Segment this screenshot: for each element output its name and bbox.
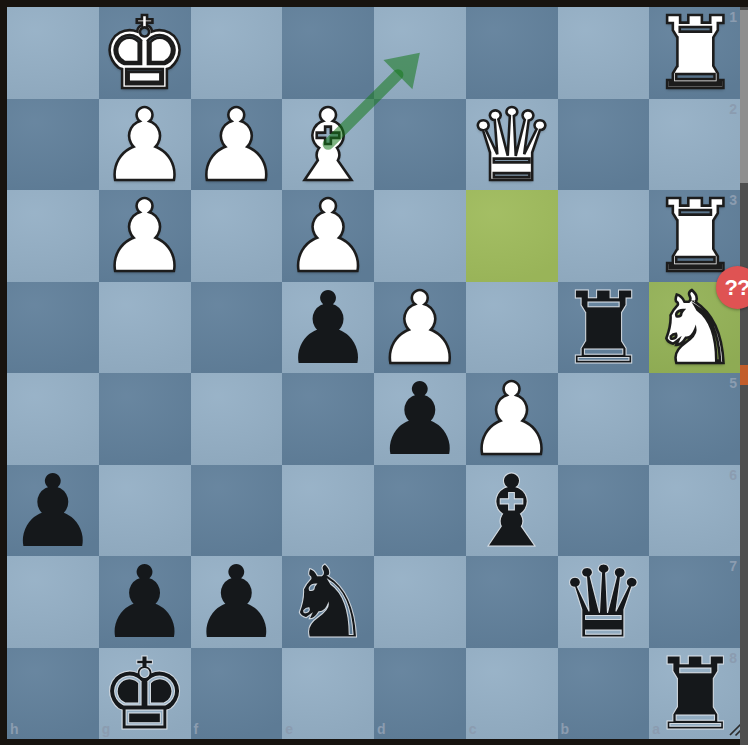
square-h1[interactable] [7,7,99,99]
square-d1[interactable] [374,7,466,99]
square-g7[interactable]: ♟ [99,556,191,648]
square-a7[interactable] [649,556,741,648]
black-rook[interactable]: ♜ [559,283,649,374]
square-a1[interactable]: ♜ [649,7,741,99]
square-e4[interactable]: ♟ [282,282,374,374]
square-d8[interactable] [374,648,466,740]
square-g8[interactable]: ♚ [99,648,191,740]
square-h6[interactable]: ♟ [7,465,99,557]
white-pawn[interactable]: ♟ [100,191,190,282]
square-b1[interactable] [558,7,650,99]
square-f5[interactable] [191,373,283,465]
square-e1[interactable] [282,7,374,99]
white-pawn[interactable]: ♟ [192,100,282,191]
analysis-board-region: ♚♜♟♟♝♛♟♟♜♟♟♜♞♟♟♟♝♟♟♞♛♚♜ hgfedcba12345678… [0,0,748,745]
scrollbar-track[interactable] [740,7,748,745]
white-pawn[interactable]: ♟ [100,100,190,191]
square-c4[interactable] [466,282,558,374]
square-g5[interactable] [99,373,191,465]
square-d2[interactable] [374,99,466,191]
white-pawn[interactable]: ♟ [375,283,465,374]
square-f4[interactable] [191,282,283,374]
square-f1[interactable] [191,7,283,99]
black-pawn[interactable]: ♟ [100,557,190,648]
square-f2[interactable]: ♟ [191,99,283,191]
black-king[interactable]: ♚ [100,649,190,740]
square-g1[interactable]: ♚ [99,7,191,99]
square-e3[interactable]: ♟ [282,190,374,282]
square-h3[interactable] [7,190,99,282]
white-queen[interactable]: ♛ [467,100,557,191]
scrollbar-marker [740,365,748,385]
square-h8[interactable] [7,648,99,740]
square-g2[interactable]: ♟ [99,99,191,191]
square-b3[interactable] [558,190,650,282]
square-c5[interactable]: ♟ [466,373,558,465]
black-pawn[interactable]: ♟ [375,374,465,465]
white-king[interactable]: ♚ [100,8,190,99]
square-c8[interactable] [466,648,558,740]
square-h4[interactable] [7,282,99,374]
square-d4[interactable]: ♟ [374,282,466,374]
square-f6[interactable] [191,465,283,557]
square-g6[interactable] [99,465,191,557]
square-c1[interactable] [466,7,558,99]
square-b6[interactable] [558,465,650,557]
square-e7[interactable]: ♞ [282,556,374,648]
black-pawn[interactable]: ♟ [8,466,98,557]
black-pawn[interactable]: ♟ [192,557,282,648]
square-e6[interactable] [282,465,374,557]
square-h2[interactable] [7,99,99,191]
square-c6[interactable]: ♝ [466,465,558,557]
square-b4[interactable]: ♜ [558,282,650,374]
chess-board[interactable]: ♚♜♟♟♝♛♟♟♜♟♟♜♞♟♟♟♝♟♟♞♛♚♜ [7,7,741,739]
square-h5[interactable] [7,373,99,465]
black-pawn[interactable]: ♟ [283,283,373,374]
white-pawn[interactable]: ♟ [467,374,557,465]
white-rook[interactable]: ♜ [650,8,740,99]
square-c2[interactable]: ♛ [466,99,558,191]
square-b2[interactable] [558,99,650,191]
scrollbar-thumb[interactable] [740,10,748,183]
square-d3[interactable] [374,190,466,282]
square-d5[interactable]: ♟ [374,373,466,465]
board-squares: ♚♜♟♟♝♛♟♟♜♟♟♜♞♟♟♟♝♟♟♞♛♚♜ [7,7,741,739]
square-f7[interactable]: ♟ [191,556,283,648]
square-g3[interactable]: ♟ [99,190,191,282]
square-b7[interactable]: ♛ [558,556,650,648]
white-bishop[interactable]: ♝ [283,100,373,191]
black-queen[interactable]: ♛ [559,557,649,648]
square-a6[interactable] [649,465,741,557]
black-bishop[interactable]: ♝ [467,466,557,557]
black-knight[interactable]: ♞ [283,557,373,648]
square-e2[interactable]: ♝ [282,99,374,191]
square-d7[interactable] [374,556,466,648]
white-pawn[interactable]: ♟ [283,191,373,282]
black-rook[interactable]: ♜ [650,649,740,740]
